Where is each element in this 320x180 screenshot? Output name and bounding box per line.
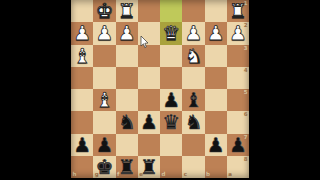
white-rook: ♜: [227, 0, 249, 22]
square-c2[interactable]: ♟: [182, 22, 204, 44]
black-pawn: ♟: [71, 134, 93, 156]
square-e4[interactable]: [138, 67, 160, 89]
square-d2[interactable]: ♛: [160, 22, 182, 44]
square-h3[interactable]: ♝: [71, 45, 93, 67]
square-c4[interactable]: [182, 67, 204, 89]
square-a4[interactable]: 4: [227, 67, 249, 89]
rank-label-3: 3: [244, 46, 248, 52]
black-rook: ♜: [138, 156, 160, 178]
square-g2[interactable]: ♟: [93, 22, 115, 44]
square-f8[interactable]: f♜: [116, 156, 138, 178]
square-h5[interactable]: [71, 89, 93, 111]
square-b1[interactable]: [205, 0, 227, 22]
square-f2[interactable]: ♟: [116, 22, 138, 44]
square-d7[interactable]: [160, 134, 182, 156]
square-c5[interactable]: ♝: [182, 89, 204, 111]
white-rook: ♜: [116, 0, 138, 22]
square-c3[interactable]: ♞: [182, 45, 204, 67]
square-b2[interactable]: ♟: [205, 22, 227, 44]
rank-label-5: 5: [244, 90, 248, 96]
square-d3[interactable]: [160, 45, 182, 67]
black-rook: ♜: [116, 156, 138, 178]
square-b7[interactable]: ♟: [205, 134, 227, 156]
square-g7[interactable]: ♟: [93, 134, 115, 156]
square-h6[interactable]: [71, 111, 93, 133]
file-label-c: c: [184, 172, 187, 178]
square-d5[interactable]: ♟: [160, 89, 182, 111]
black-knight: ♞: [182, 111, 204, 133]
rank-label-8: 8: [244, 157, 248, 163]
square-f3[interactable]: [116, 45, 138, 67]
square-a8[interactable]: 8a: [227, 156, 249, 178]
square-a7[interactable]: 7♟: [227, 134, 249, 156]
white-pawn: ♟: [182, 22, 204, 44]
file-label-d: d: [162, 172, 166, 178]
white-bishop: ♝: [71, 45, 93, 67]
square-f6[interactable]: ♞: [116, 111, 138, 133]
square-d6[interactable]: ♛: [160, 111, 182, 133]
square-a5[interactable]: 5: [227, 89, 249, 111]
file-label-h: h: [73, 172, 77, 178]
square-g3[interactable]: [93, 45, 115, 67]
square-e8[interactable]: e♜: [138, 156, 160, 178]
video-frame: ♚♜1♜♟♟♟♛♟♟2♟♝♞34♝♟♝5♞♟♛♞6♟♟♟7♟hg♚f♜e♜dcb…: [0, 0, 320, 180]
square-a1[interactable]: 1♜: [227, 0, 249, 22]
square-b6[interactable]: [205, 111, 227, 133]
black-king: ♚: [93, 156, 115, 178]
square-h2[interactable]: ♟: [71, 22, 93, 44]
rank-label-6: 6: [244, 112, 248, 118]
square-f1[interactable]: ♜: [116, 0, 138, 22]
white-knight: ♞: [182, 45, 204, 67]
square-g4[interactable]: [93, 67, 115, 89]
square-d1[interactable]: [160, 0, 182, 22]
square-a3[interactable]: 3: [227, 45, 249, 67]
rank-label-4: 4: [244, 68, 248, 74]
black-pawn: ♟: [138, 111, 160, 133]
square-h4[interactable]: [71, 67, 93, 89]
square-e5[interactable]: [138, 89, 160, 111]
square-c1[interactable]: [182, 0, 204, 22]
black-pawn: ♟: [160, 89, 182, 111]
square-f7[interactable]: [116, 134, 138, 156]
black-pawn: ♟: [205, 134, 227, 156]
black-bishop: ♝: [182, 89, 204, 111]
black-pawn: ♟: [93, 134, 115, 156]
square-e6[interactable]: ♟: [138, 111, 160, 133]
square-c7[interactable]: [182, 134, 204, 156]
black-knight: ♞: [116, 111, 138, 133]
square-a6[interactable]: 6: [227, 111, 249, 133]
square-d8[interactable]: d: [160, 156, 182, 178]
chess-board: ♚♜1♜♟♟♟♛♟♟2♟♝♞34♝♟♝5♞♟♛♞6♟♟♟7♟hg♚f♜e♜dcb…: [71, 0, 249, 178]
white-bishop: ♝: [93, 89, 115, 111]
square-b8[interactable]: b: [205, 156, 227, 178]
file-label-a: a: [228, 172, 232, 178]
white-pawn: ♟: [205, 22, 227, 44]
square-h1[interactable]: [71, 0, 93, 22]
white-pawn: ♟: [227, 22, 249, 44]
square-f4[interactable]: [116, 67, 138, 89]
white-king: ♚: [93, 0, 115, 22]
black-pawn: ♟: [227, 134, 249, 156]
square-c6[interactable]: ♞: [182, 111, 204, 133]
white-pawn: ♟: [116, 22, 138, 44]
square-h7[interactable]: ♟: [71, 134, 93, 156]
square-d4[interactable]: [160, 67, 182, 89]
white-queen: ♛: [160, 22, 182, 44]
square-b5[interactable]: [205, 89, 227, 111]
square-e7[interactable]: [138, 134, 160, 156]
square-e1[interactable]: [138, 0, 160, 22]
square-g1[interactable]: ♚: [93, 0, 115, 22]
square-b3[interactable]: [205, 45, 227, 67]
black-queen: ♛: [160, 111, 182, 133]
square-c8[interactable]: c: [182, 156, 204, 178]
file-label-b: b: [206, 172, 210, 178]
square-f5[interactable]: [116, 89, 138, 111]
square-a2[interactable]: 2♟: [227, 22, 249, 44]
square-h8[interactable]: h: [71, 156, 93, 178]
square-g6[interactable]: [93, 111, 115, 133]
square-g5[interactable]: ♝: [93, 89, 115, 111]
mouse-pointer-icon: [140, 36, 149, 49]
white-pawn: ♟: [93, 22, 115, 44]
square-b4[interactable]: [205, 67, 227, 89]
square-g8[interactable]: g♚: [93, 156, 115, 178]
white-pawn: ♟: [71, 22, 93, 44]
